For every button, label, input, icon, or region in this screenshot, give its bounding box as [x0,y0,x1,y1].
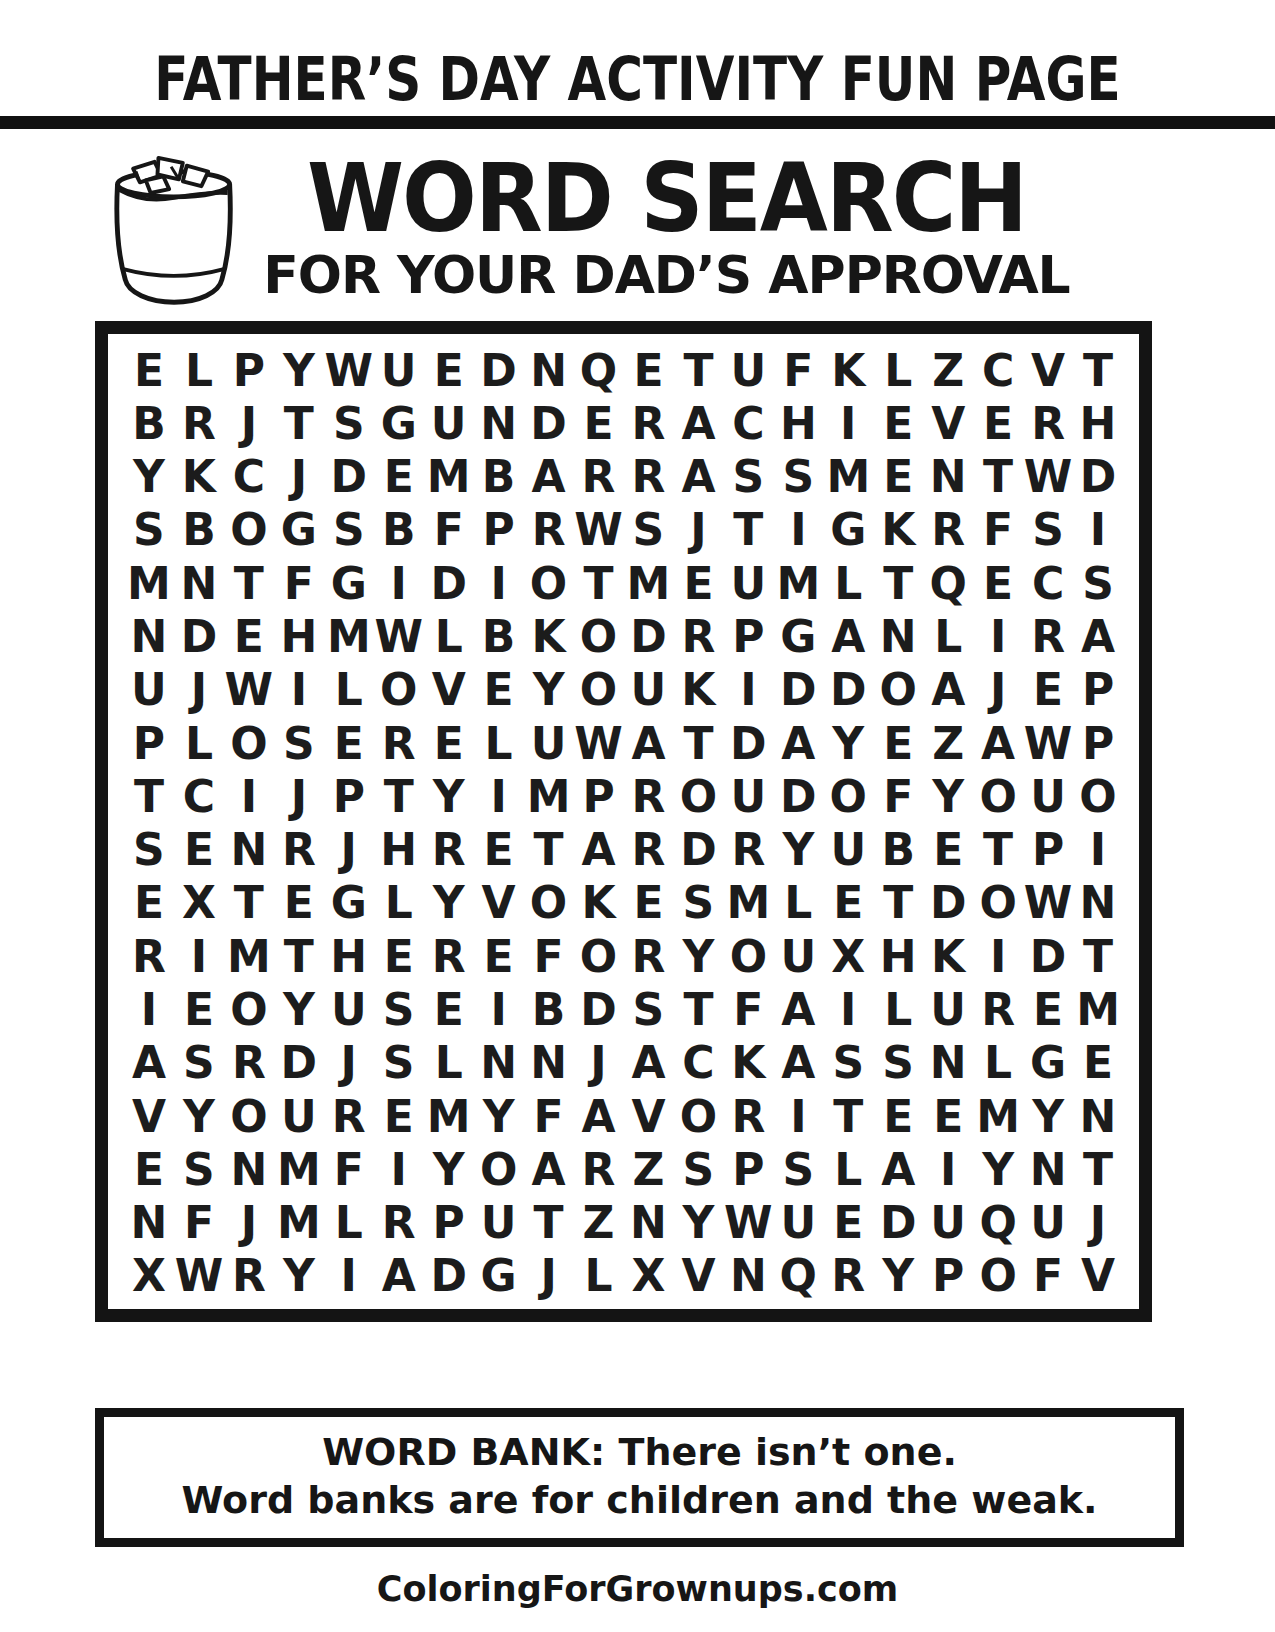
grid-cell: I [823,983,873,1036]
grid-cell: Y [773,824,823,877]
grid-cell: D [574,983,624,1036]
grid-cell: T [274,930,324,983]
grid-cell: J [324,824,374,877]
grid-cell: L [324,664,374,717]
grid-cell: L [873,344,923,397]
grid-cell: E [973,397,1023,450]
grid-cell: K [873,504,923,557]
grid-cell: X [124,1250,174,1303]
grid-cell: O [474,1143,524,1196]
grid-cell: N [124,610,174,663]
grid-cell: F [324,1143,374,1196]
grid-cell: M [624,557,674,610]
grid-cell: O [673,1090,723,1143]
grid-cell: I [224,770,274,823]
grid-cell: E [374,451,424,504]
grid-cell: S [324,397,374,450]
grid-cell: M [823,451,873,504]
grid-cell: W [1023,451,1073,504]
grid-cell: A [374,1250,424,1303]
grid-cell: P [723,1143,773,1196]
word-bank-box: WORD BANK: There isn’t one. Word banks a… [95,1408,1184,1547]
grid-cell: L [973,1037,1023,1090]
grid-cell: P [574,770,624,823]
grid-cell: Q [773,1250,823,1303]
grid-cell: I [773,504,823,557]
grid-cell: G [773,610,823,663]
grid-cell: E [324,717,374,770]
grid-cell: O [224,1090,274,1143]
grid-cell: R [574,451,624,504]
grid-cell: O [823,770,873,823]
grid-cell: O [973,770,1023,823]
grid-cell: R [1023,397,1073,450]
grid-cell: V [1023,344,1073,397]
grid-cell: M [973,1090,1023,1143]
title-block: WORD SEARCH FOR YOUR DAD’S APPROVAL [0,151,1275,315]
grid-cell: L [424,1037,474,1090]
grid-cell: U [773,930,823,983]
grid-cell: H [1073,397,1123,450]
grid-cell: C [1023,557,1073,610]
grid-cell: L [424,610,474,663]
grid-cell: Y [474,1090,524,1143]
grid-cell: U [324,983,374,1036]
grid-cell: I [973,930,1023,983]
grid-cell: T [124,770,174,823]
grid-cell: Q [574,344,624,397]
grid-cell: T [673,344,723,397]
grid-cell: E [624,344,674,397]
grid-cell: U [723,557,773,610]
grid-cell: E [923,1090,973,1143]
grid-cell: Y [274,1250,324,1303]
grid-cell: A [1073,610,1123,663]
grid-cell: S [823,1037,873,1090]
grid-cell: C [673,1037,723,1090]
grid-cell: E [124,344,174,397]
footer-url: ColoringForGrownups.com [0,1569,1275,1609]
grid-cell: J [673,504,723,557]
grid-cell: B [474,610,524,663]
grid-cell: Q [923,557,973,610]
grid-cell: B [124,397,174,450]
grid-cell: U [524,717,574,770]
grid-cell: G [324,877,374,930]
grid-cell: N [224,824,274,877]
grid-cell: I [723,664,773,717]
grid-cell: U [923,1196,973,1249]
grid-cell: E [873,717,923,770]
grid-cell: O [574,664,624,717]
grid-cell: S [174,1143,224,1196]
grid-cell: D [524,397,574,450]
grid-cell: A [773,983,823,1036]
grid-cell: Z [624,1143,674,1196]
grid-cell: W [374,610,424,663]
grid-cell: A [923,664,973,717]
grid-cell: F [1023,1250,1073,1303]
grid-cell: W [1023,877,1073,930]
grid-cell: E [474,930,524,983]
grid-cell: X [624,1250,674,1303]
grid-cell: K [673,664,723,717]
grid-cell: D [873,1196,923,1249]
grid-cell: Y [673,930,723,983]
grid-cell: S [324,504,374,557]
grid-cell: H [873,930,923,983]
grid-cell: H [773,397,823,450]
grid-cell: S [673,877,723,930]
grid-cell: O [1073,770,1123,823]
grid-cell: U [923,983,973,1036]
grid-cell: L [174,344,224,397]
grid-cell: D [424,557,474,610]
grid-cell: I [1073,824,1123,877]
grid-cell: D [324,451,374,504]
grid-cell: F [873,770,923,823]
grid-cell: N [224,1143,274,1196]
grid-cell: I [823,397,873,450]
grid-cell: E [673,557,723,610]
grid-cell: P [474,504,524,557]
grid-cell: J [574,1037,624,1090]
grid-cell: T [973,451,1023,504]
grid-cell: S [773,451,823,504]
grid-cell: D [673,824,723,877]
grid-cell: T [673,983,723,1036]
grid-cell: S [673,1143,723,1196]
grid-cell: E [823,1196,873,1249]
grid-cell: H [374,824,424,877]
grid-cell: R [524,504,574,557]
grid-cell: G [324,557,374,610]
grid-cell: K [723,1037,773,1090]
grid-cell: Z [923,344,973,397]
grid-cell: G [274,504,324,557]
grid-cell: Y [274,344,324,397]
grid-cell: D [1073,451,1123,504]
grid-cell: M [723,877,773,930]
grid-cell: Y [524,664,574,717]
grid-cell: G [823,504,873,557]
grid-cell: T [673,717,723,770]
grid-cell: A [624,1037,674,1090]
grid-cell: D [1023,930,1073,983]
grid-cell: T [224,557,274,610]
grid-cell: D [773,770,823,823]
grid-cell: M [773,557,823,610]
grid-cell: M [274,1196,324,1249]
grid-cell: S [624,504,674,557]
grid-cell: R [374,717,424,770]
grid-cell: Q [973,1196,1023,1249]
grid-cell: I [374,1143,424,1196]
grid-cell: I [973,610,1023,663]
grid-cell: E [1023,664,1073,717]
grid-cell: N [1073,877,1123,930]
grid-cell: R [723,824,773,877]
grid-cell: L [873,983,923,1036]
grid-cell: N [174,557,224,610]
grid-cell: T [1073,1143,1123,1196]
grid-cell: M [1073,983,1123,1036]
grid-cell: L [773,877,823,930]
grid-cell: J [973,664,1023,717]
grid-cell: W [574,504,624,557]
grid-cell: E [873,397,923,450]
grid-cell: L [923,610,973,663]
grid-cell: P [1023,824,1073,877]
grid-cell: E [174,983,224,1036]
grid-cell: K [574,877,624,930]
grid-cell: S [124,824,174,877]
grid-cell: W [174,1250,224,1303]
grid-cell: N [1023,1143,1073,1196]
grid-cell: A [624,717,674,770]
activity-page: FATHER’S DAY ACTIVITY FUN PAGE WORD SEAR… [0,0,1275,1632]
grid-cell: I [773,1090,823,1143]
grid-cell: C [723,397,773,450]
grid-cell: V [673,1250,723,1303]
grid-cell: Y [174,1090,224,1143]
grid-cell: F [274,557,324,610]
grid-cell: J [174,664,224,717]
grid-cell: D [474,344,524,397]
grid-cell: T [973,824,1023,877]
grid-cell: Z [574,1196,624,1249]
grid-cell: V [1073,1250,1123,1303]
grid-cell: R [624,930,674,983]
grid-cell: K [524,610,574,663]
grid-cell: B [374,504,424,557]
grid-cell: J [324,1037,374,1090]
grid-cell: F [773,344,823,397]
grid-cell: S [374,983,424,1036]
word-search-grid: ELPYWUEDNQETUFKLZCVTBRJTSGUNDERACHIEVERH… [95,321,1152,1322]
grid-cell: E [923,824,973,877]
grid-cell: N [124,1196,174,1249]
grid-cell: M [124,557,174,610]
grid-cell: F [723,983,773,1036]
grid-cell: P [723,610,773,663]
grid-cell: W [224,664,274,717]
grid-cell: S [873,1037,923,1090]
grid-cell: Y [424,877,474,930]
grid-cell: K [174,451,224,504]
grid-cell: A [873,1143,923,1196]
grid-cell: L [574,1250,624,1303]
grid-cell: A [574,1090,624,1143]
grid-cell: T [873,557,923,610]
word-bank-line2: Word banks are for children and the weak… [112,1477,1167,1525]
grid-cell: D [274,1037,324,1090]
grid-cell: R [224,1037,274,1090]
grid-cell: M [324,610,374,663]
grid-cell: E [474,664,524,717]
grid-cell: D [624,610,674,663]
grid-cell: R [574,1143,624,1196]
grid-cell: X [174,877,224,930]
grid-cell: U [1023,770,1073,823]
grid-cell: E [174,824,224,877]
grid-cell: I [923,1143,973,1196]
grid-cell: R [624,770,674,823]
grid-cell: U [773,1196,823,1249]
grid-cell: U [624,664,674,717]
grid-cell: V [474,877,524,930]
grid-cell: U [823,824,873,877]
grid-cell: N [524,344,574,397]
grid-cell: R [624,451,674,504]
grid-cell: R [124,930,174,983]
grid-cell: J [524,1250,574,1303]
grid-cell: E [873,1090,923,1143]
grid-cell: E [274,877,324,930]
grid-cell: N [474,1037,524,1090]
grid-cell: P [324,770,374,823]
grid-cell: S [624,983,674,1036]
grid-cell: L [374,877,424,930]
grid-cell: R [823,1250,873,1303]
grid-cell: T [274,397,324,450]
grid-cell: J [224,1196,274,1249]
grid-cell: I [474,983,524,1036]
grid-cell: L [823,1143,873,1196]
grid-cell: N [524,1037,574,1090]
grid-cell: A [973,717,1023,770]
grid-cell: F [524,930,574,983]
grid-cell: G [374,397,424,450]
grid-cell: I [374,557,424,610]
grid-cell: E [1023,983,1073,1036]
grid-cell: H [324,930,374,983]
grid-cell: R [274,824,324,877]
grid-cell: I [474,770,524,823]
puzzle-title: WORD SEARCH [58,151,1275,246]
grid-cell: R [424,824,474,877]
grid-cell: T [574,557,624,610]
grid-cell: L [324,1196,374,1249]
grid-cell: T [374,770,424,823]
grid-cell: W [324,344,374,397]
grid-cell: I [474,557,524,610]
grid-cell: E [873,451,923,504]
grid-cell: S [274,717,324,770]
grid-cell: E [424,344,474,397]
grid-cell: R [973,983,1023,1036]
grid-cell: O [673,770,723,823]
grid-cell: M [524,770,574,823]
grid-cell: U [723,770,773,823]
grid-cell: B [524,983,574,1036]
grid-cell: U [1023,1196,1073,1249]
grid-cell: V [923,397,973,450]
grid-cell: L [474,717,524,770]
grid-cell: O [723,930,773,983]
grid-cell: Y [424,770,474,823]
grid-cell: S [174,1037,224,1090]
grid-cell: B [873,824,923,877]
grid-cell: E [124,1143,174,1196]
grid-cell: R [174,397,224,450]
page-title: FATHER’S DAY ACTIVITY FUN PAGE [0,0,1275,110]
grid-cell: R [1023,610,1073,663]
grid-cell: A [524,451,574,504]
grid-cell: E [624,877,674,930]
grid-cell: S [124,504,174,557]
grid-cell: Y [673,1196,723,1249]
grid-cell: T [1073,344,1123,397]
grid-cell: D [923,877,973,930]
grid-cell: E [224,610,274,663]
grid-cell: S [1073,557,1123,610]
grid-cell: O [574,610,624,663]
grid-cell: W [723,1196,773,1249]
grid-cell: R [673,610,723,663]
grid-cell: F [174,1196,224,1249]
grid-cell: A [524,1143,574,1196]
grid-cell: D [723,717,773,770]
grid-cell: R [624,397,674,450]
grid-cell: E [823,877,873,930]
grid-cell: N [1073,1090,1123,1143]
grid-cell: O [973,877,1023,930]
grid-cell: U [424,397,474,450]
grid-cell: S [773,1143,823,1196]
grid-cell: N [723,1250,773,1303]
grid-cell: P [1073,664,1123,717]
grid-cell: Y [424,1143,474,1196]
grid-cell: O [524,557,574,610]
grid-cell: E [124,877,174,930]
grid-cell: M [274,1143,324,1196]
grid-cell: D [174,610,224,663]
grid-cell: S [374,1037,424,1090]
grid-cell: C [973,344,1023,397]
grid-cell: E [424,717,474,770]
grid-cell: E [474,824,524,877]
grid-cell: O [873,664,923,717]
grid-cell: Y [1023,1090,1073,1143]
grid-cell: U [274,1090,324,1143]
grid-cell: I [274,664,324,717]
grid-cell: F [973,504,1023,557]
grid-cell: H [274,610,324,663]
grid-cell: A [124,1037,174,1090]
grid-cell: P [1073,717,1123,770]
grid-cell: N [474,397,524,450]
grid-cell: O [574,930,624,983]
grid-cell: S [1023,504,1073,557]
grid-cell: V [124,1090,174,1143]
grid-cell: I [324,1250,374,1303]
grid-cell: A [673,397,723,450]
grid-cell: K [823,344,873,397]
grid-cell: R [224,1250,274,1303]
header-divider [0,116,1275,129]
grid-cell: T [224,877,274,930]
grid-cell: M [424,1090,474,1143]
grid-cell: P [124,717,174,770]
grid-cell: N [873,610,923,663]
grid-cell: R [923,504,973,557]
grid-cell: U [124,664,174,717]
grid-cell: W [574,717,624,770]
grid-cell: O [224,983,274,1036]
grid-cell: A [823,610,873,663]
grid-cell: V [424,664,474,717]
